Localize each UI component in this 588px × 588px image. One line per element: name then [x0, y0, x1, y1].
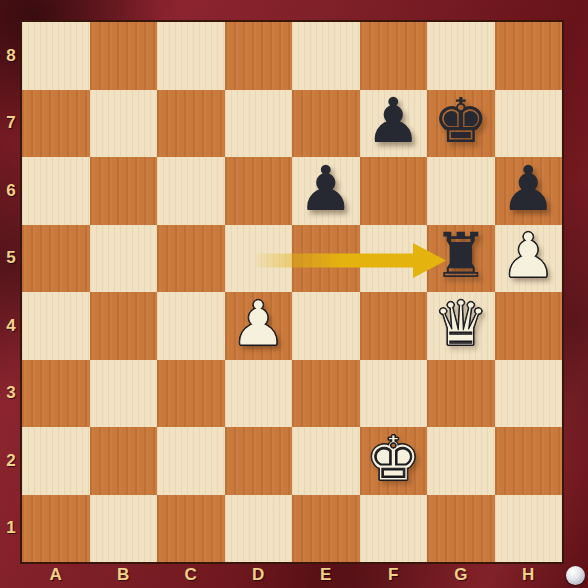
square-d2[interactable]: [225, 427, 293, 495]
square-d1[interactable]: [225, 495, 293, 563]
square-h6[interactable]: ♟: [495, 157, 563, 225]
black-king[interactable]: ♚: [433, 90, 489, 152]
white-king[interactable]: ♚: [365, 428, 421, 490]
square-c8[interactable]: [157, 22, 225, 90]
white-pawn[interactable]: ♟: [230, 293, 286, 355]
black-pawn[interactable]: ♟: [365, 90, 421, 152]
square-g3[interactable]: [427, 360, 495, 428]
square-a2[interactable]: [22, 427, 90, 495]
file-label-e: E: [292, 562, 360, 588]
rank-labels: 87654321: [0, 22, 22, 562]
chess-board: ♟♚♟♟♜♟♟♛♚: [22, 22, 562, 562]
square-a5[interactable]: [22, 225, 90, 293]
file-label-g: G: [427, 562, 495, 588]
square-h4[interactable]: [495, 292, 563, 360]
square-b5[interactable]: [90, 225, 158, 293]
square-b2[interactable]: [90, 427, 158, 495]
rank-label-4: 4: [0, 292, 22, 360]
square-a6[interactable]: [22, 157, 90, 225]
square-b6[interactable]: [90, 157, 158, 225]
square-e2[interactable]: [292, 427, 360, 495]
square-g1[interactable]: [427, 495, 495, 563]
rank-label-8: 8: [0, 22, 22, 90]
square-h1[interactable]: [495, 495, 563, 563]
square-g2[interactable]: [427, 427, 495, 495]
black-pawn[interactable]: ♟: [298, 158, 354, 220]
square-c7[interactable]: [157, 90, 225, 158]
square-a4[interactable]: [22, 292, 90, 360]
white-to-move-indicator: [566, 566, 585, 585]
square-f8[interactable]: [360, 22, 428, 90]
square-h7[interactable]: [495, 90, 563, 158]
file-label-d: D: [225, 562, 293, 588]
square-c2[interactable]: [157, 427, 225, 495]
file-label-b: B: [90, 562, 158, 588]
file-label-f: F: [360, 562, 428, 588]
square-f1[interactable]: [360, 495, 428, 563]
square-f5[interactable]: [360, 225, 428, 293]
square-f3[interactable]: [360, 360, 428, 428]
square-h8[interactable]: [495, 22, 563, 90]
square-e5[interactable]: [292, 225, 360, 293]
square-d6[interactable]: [225, 157, 293, 225]
rank-label-1: 1: [0, 495, 22, 563]
square-g8[interactable]: [427, 22, 495, 90]
file-label-a: A: [22, 562, 90, 588]
white-queen[interactable]: ♛: [433, 293, 489, 355]
square-c6[interactable]: [157, 157, 225, 225]
square-f4[interactable]: [360, 292, 428, 360]
square-b8[interactable]: [90, 22, 158, 90]
square-a1[interactable]: [22, 495, 90, 563]
white-pawn[interactable]: ♟: [500, 225, 556, 287]
square-b4[interactable]: [90, 292, 158, 360]
rank-label-6: 6: [0, 157, 22, 225]
file-label-c: C: [157, 562, 225, 588]
square-c5[interactable]: [157, 225, 225, 293]
black-pawn[interactable]: ♟: [500, 158, 556, 220]
square-f7[interactable]: ♟: [360, 90, 428, 158]
square-g4[interactable]: ♛: [427, 292, 495, 360]
chess-board-frame: 87654321 ABCDEFGH ♟♚♟♟♜♟♟♛♚: [0, 0, 588, 588]
square-g7[interactable]: ♚: [427, 90, 495, 158]
file-labels: ABCDEFGH: [22, 562, 562, 588]
square-f6[interactable]: [360, 157, 428, 225]
rank-label-5: 5: [0, 225, 22, 293]
square-d4[interactable]: ♟: [225, 292, 293, 360]
file-label-h: H: [495, 562, 563, 588]
square-d7[interactable]: [225, 90, 293, 158]
square-b1[interactable]: [90, 495, 158, 563]
rank-label-3: 3: [0, 360, 22, 428]
square-h5[interactable]: ♟: [495, 225, 563, 293]
square-a3[interactable]: [22, 360, 90, 428]
square-e1[interactable]: [292, 495, 360, 563]
square-e8[interactable]: [292, 22, 360, 90]
square-h3[interactable]: [495, 360, 563, 428]
square-e6[interactable]: ♟: [292, 157, 360, 225]
black-rook[interactable]: ♜: [433, 225, 489, 287]
square-a7[interactable]: [22, 90, 90, 158]
square-c1[interactable]: [157, 495, 225, 563]
square-b7[interactable]: [90, 90, 158, 158]
square-c4[interactable]: [157, 292, 225, 360]
square-g6[interactable]: [427, 157, 495, 225]
square-g5[interactable]: ♜: [427, 225, 495, 293]
square-h2[interactable]: [495, 427, 563, 495]
square-e3[interactable]: [292, 360, 360, 428]
square-f2[interactable]: ♚: [360, 427, 428, 495]
square-b3[interactable]: [90, 360, 158, 428]
square-e4[interactable]: [292, 292, 360, 360]
square-c3[interactable]: [157, 360, 225, 428]
square-a8[interactable]: [22, 22, 90, 90]
square-e7[interactable]: [292, 90, 360, 158]
square-d3[interactable]: [225, 360, 293, 428]
square-d5[interactable]: [225, 225, 293, 293]
square-d8[interactable]: [225, 22, 293, 90]
rank-label-2: 2: [0, 427, 22, 495]
rank-label-7: 7: [0, 90, 22, 158]
